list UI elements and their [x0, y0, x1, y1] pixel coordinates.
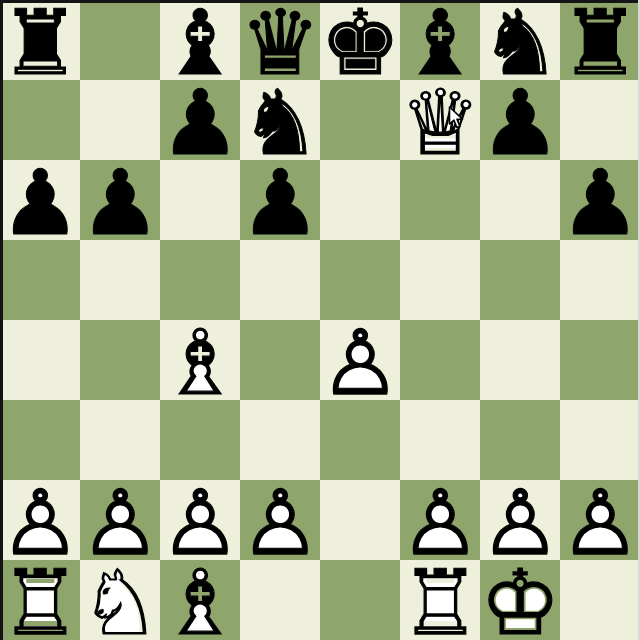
square-h5[interactable]: [560, 240, 640, 320]
white-piece-outline-glyph: ♗: [160, 560, 240, 640]
square-d2[interactable]: ♟♙: [240, 480, 320, 560]
square-c5[interactable]: [160, 240, 240, 320]
square-h1[interactable]: [560, 560, 640, 640]
white-piece-outline-glyph: ♙: [240, 480, 320, 560]
square-f6[interactable]: [400, 160, 480, 240]
black-piece-glyph: ♟: [0, 160, 80, 240]
square-b3[interactable]: [80, 400, 160, 480]
piece-black-bishop-c8[interactable]: ♝: [160, 0, 240, 80]
black-piece-glyph: ♝: [160, 0, 240, 80]
piece-white-pawn-d2[interactable]: ♟♙: [240, 480, 320, 560]
chess-app: ♜♝♛♚♝♞♜♟♞♛♕♟♟♟♟♟♝♗♟♙♟♙♟♙♟♙♟♙♟♙♟♙♟♙♜♖♞♘♝♗…: [0, 0, 640, 640]
piece-white-pawn-h2[interactable]: ♟♙: [560, 480, 640, 560]
white-piece-outline-glyph: ♔: [480, 560, 560, 640]
white-piece-outline-glyph: ♙: [400, 480, 480, 560]
square-g6[interactable]: [480, 160, 560, 240]
white-piece-outline-glyph: ♙: [560, 480, 640, 560]
square-a1[interactable]: ♜♖: [0, 560, 80, 640]
square-h4[interactable]: [560, 320, 640, 400]
square-b1[interactable]: ♞♘: [80, 560, 160, 640]
square-f3[interactable]: [400, 400, 480, 480]
square-f8[interactable]: ♝: [400, 0, 480, 80]
square-h3[interactable]: [560, 400, 640, 480]
square-c7[interactable]: ♟: [160, 80, 240, 160]
square-c3[interactable]: [160, 400, 240, 480]
square-e3[interactable]: [320, 400, 400, 480]
square-d7[interactable]: ♞: [240, 80, 320, 160]
square-c6[interactable]: [160, 160, 240, 240]
piece-black-queen-d8[interactable]: ♛: [240, 0, 320, 80]
square-g4[interactable]: [480, 320, 560, 400]
piece-white-rook-f1[interactable]: ♜♖: [400, 560, 480, 640]
piece-white-bishop-c1[interactable]: ♝♗: [160, 560, 240, 640]
square-h2[interactable]: ♟♙: [560, 480, 640, 560]
square-a2[interactable]: ♟♙: [0, 480, 80, 560]
piece-black-knight-d7[interactable]: ♞: [240, 80, 320, 160]
piece-white-pawn-e4[interactable]: ♟♙: [320, 320, 400, 400]
white-piece-outline-glyph: ♙: [480, 480, 560, 560]
square-c4[interactable]: ♝♗: [160, 320, 240, 400]
square-e4[interactable]: ♟♙: [320, 320, 400, 400]
chess-board: ♜♝♛♚♝♞♜♟♞♛♕♟♟♟♟♟♝♗♟♙♟♙♟♙♟♙♟♙♟♙♟♙♟♙♜♖♞♘♝♗…: [0, 0, 640, 640]
square-f4[interactable]: [400, 320, 480, 400]
square-d6[interactable]: ♟: [240, 160, 320, 240]
piece-black-king-e8[interactable]: ♚: [320, 0, 400, 80]
black-piece-glyph: ♟: [240, 160, 320, 240]
square-g1[interactable]: ♚♔: [480, 560, 560, 640]
square-b4[interactable]: [80, 320, 160, 400]
piece-white-pawn-a2[interactable]: ♟♙: [0, 480, 80, 560]
square-g8[interactable]: ♞: [480, 0, 560, 80]
square-g7[interactable]: ♟: [480, 80, 560, 160]
black-piece-glyph: ♝: [400, 0, 480, 80]
square-f2[interactable]: ♟♙: [400, 480, 480, 560]
white-piece-outline-glyph: ♙: [0, 480, 80, 560]
square-f5[interactable]: [400, 240, 480, 320]
square-e6[interactable]: [320, 160, 400, 240]
piece-black-pawn-d6[interactable]: ♟: [240, 160, 320, 240]
square-c1[interactable]: ♝♗: [160, 560, 240, 640]
black-piece-glyph: ♟: [80, 160, 160, 240]
square-e8[interactable]: ♚: [320, 0, 400, 80]
piece-white-pawn-b2[interactable]: ♟♙: [80, 480, 160, 560]
piece-black-pawn-a6[interactable]: ♟: [0, 160, 80, 240]
mouse-arrow-cursor-icon: [448, 106, 464, 130]
square-a8[interactable]: ♜: [0, 0, 80, 80]
board-edge-left: [0, 0, 3, 640]
piece-black-knight-g8[interactable]: ♞: [480, 0, 560, 80]
piece-black-rook-a8[interactable]: ♜: [0, 0, 80, 80]
white-piece-outline-glyph: ♗: [160, 320, 240, 400]
square-f7[interactable]: ♛♕: [400, 80, 480, 160]
square-f1[interactable]: ♜♖: [400, 560, 480, 640]
white-piece-outline-glyph: ♙: [160, 480, 240, 560]
square-d8[interactable]: ♛: [240, 0, 320, 80]
square-a7[interactable]: [0, 80, 80, 160]
white-piece-outline-glyph: ♖: [400, 560, 480, 640]
square-e7[interactable]: [320, 80, 400, 160]
square-c2[interactable]: ♟♙: [160, 480, 240, 560]
white-piece-outline-glyph: ♘: [80, 560, 160, 640]
square-g5[interactable]: [480, 240, 560, 320]
square-e2[interactable]: [320, 480, 400, 560]
square-h8[interactable]: ♜: [560, 0, 640, 80]
square-b8[interactable]: [80, 0, 160, 80]
piece-white-pawn-f2[interactable]: ♟♙: [400, 480, 480, 560]
square-b2[interactable]: ♟♙: [80, 480, 160, 560]
square-d3[interactable]: [240, 400, 320, 480]
black-piece-glyph: ♞: [240, 80, 320, 160]
piece-black-pawn-g7[interactable]: ♟: [480, 80, 560, 160]
square-a6[interactable]: ♟: [0, 160, 80, 240]
square-h7[interactable]: [560, 80, 640, 160]
square-b6[interactable]: ♟: [80, 160, 160, 240]
black-piece-glyph: ♚: [320, 0, 400, 80]
white-piece-outline-glyph: ♖: [0, 560, 80, 640]
piece-black-bishop-f8[interactable]: ♝: [400, 0, 480, 80]
white-piece-outline-glyph: ♕: [400, 80, 480, 160]
white-piece-outline-glyph: ♙: [80, 480, 160, 560]
square-d4[interactable]: [240, 320, 320, 400]
square-h6[interactable]: ♟: [560, 160, 640, 240]
piece-black-rook-h8[interactable]: ♜: [560, 0, 640, 80]
square-g3[interactable]: [480, 400, 560, 480]
piece-white-bishop-c4[interactable]: ♝♗: [160, 320, 240, 400]
piece-black-pawn-b6[interactable]: ♟: [80, 160, 160, 240]
piece-white-queen-f7[interactable]: ♛♕: [400, 80, 480, 160]
black-piece-glyph: ♜: [0, 0, 80, 80]
piece-white-king-g1[interactable]: ♚♔: [480, 560, 560, 640]
piece-white-pawn-c2[interactable]: ♟♙: [160, 480, 240, 560]
square-a4[interactable]: [0, 320, 80, 400]
square-g2[interactable]: ♟♙: [480, 480, 560, 560]
square-b7[interactable]: [80, 80, 160, 160]
piece-black-pawn-c7[interactable]: ♟: [160, 80, 240, 160]
piece-white-knight-b1[interactable]: ♞♘: [80, 560, 160, 640]
black-piece-glyph: ♜: [560, 0, 640, 80]
piece-white-pawn-g2[interactable]: ♟♙: [480, 480, 560, 560]
square-d5[interactable]: [240, 240, 320, 320]
board-edge-top: [0, 0, 640, 3]
piece-white-rook-a1[interactable]: ♜♖: [0, 560, 80, 640]
white-piece-outline-glyph: ♙: [320, 320, 400, 400]
square-d1[interactable]: [240, 560, 320, 640]
square-e5[interactable]: [320, 240, 400, 320]
square-a3[interactable]: [0, 400, 80, 480]
piece-black-pawn-h6[interactable]: ♟: [560, 160, 640, 240]
black-piece-glyph: ♟: [480, 80, 560, 160]
black-piece-glyph: ♛: [240, 0, 320, 80]
square-e1[interactable]: [320, 560, 400, 640]
square-c8[interactable]: ♝: [160, 0, 240, 80]
square-b5[interactable]: [80, 240, 160, 320]
black-piece-glyph: ♞: [480, 0, 560, 80]
square-a5[interactable]: [0, 240, 80, 320]
black-piece-glyph: ♟: [560, 160, 640, 240]
black-piece-glyph: ♟: [160, 80, 240, 160]
